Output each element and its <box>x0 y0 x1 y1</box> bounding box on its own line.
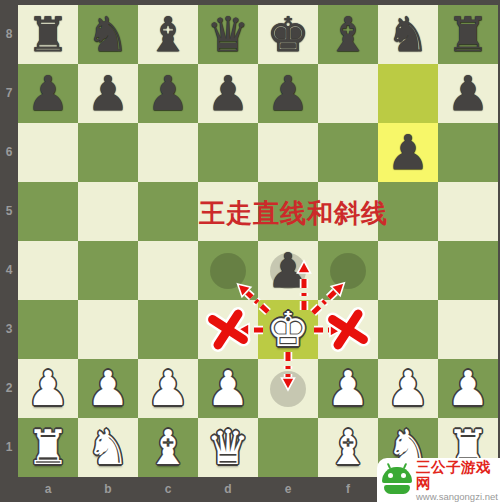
piece-white-pawn-b2[interactable]: ♟ <box>86 359 129 418</box>
file-label-c: c <box>138 477 198 502</box>
square-c5[interactable] <box>138 182 198 241</box>
square-b8[interactable]: ♞ <box>78 5 138 64</box>
square-e1[interactable] <box>258 418 318 477</box>
square-a6[interactable] <box>18 123 78 182</box>
watermark-android-logo-icon <box>381 464 413 496</box>
square-f7[interactable] <box>318 64 378 123</box>
chess-app-screen: ♜♞♝♛♚♝♞♜♟♟♟♟♟♟♟♟♚♟♟♟♟♟♟♟♜♞♝♛♝♞♜ 87654321… <box>0 0 500 502</box>
square-h3[interactable] <box>438 300 498 359</box>
square-d8[interactable]: ♛ <box>198 5 258 64</box>
square-a1[interactable]: ♜ <box>18 418 78 477</box>
square-f6[interactable] <box>318 123 378 182</box>
piece-black-knight-b8[interactable]: ♞ <box>86 5 129 64</box>
piece-black-pawn-b7[interactable]: ♟ <box>86 64 129 123</box>
square-c8[interactable]: ♝ <box>138 5 198 64</box>
file-label-d: d <box>198 477 258 502</box>
piece-black-king-e8[interactable]: ♚ <box>266 5 309 64</box>
square-a2[interactable]: ♟ <box>18 359 78 418</box>
square-h2[interactable]: ♟ <box>438 359 498 418</box>
piece-white-pawn-d2[interactable]: ♟ <box>206 359 249 418</box>
square-f1[interactable]: ♝ <box>318 418 378 477</box>
piece-white-queen-d1[interactable]: ♛ <box>206 418 249 477</box>
rank-label-1: 1 <box>0 418 18 477</box>
square-c2[interactable]: ♟ <box>138 359 198 418</box>
square-f2[interactable]: ♟ <box>318 359 378 418</box>
square-e6[interactable] <box>258 123 318 182</box>
square-e3[interactable]: ♚ <box>258 300 318 359</box>
rank-label-2: 2 <box>0 359 18 418</box>
square-g6[interactable]: ♟ <box>378 123 438 182</box>
piece-white-pawn-g2[interactable]: ♟ <box>386 359 429 418</box>
piece-black-rook-h8[interactable]: ♜ <box>446 5 489 64</box>
piece-white-knight-b1[interactable]: ♞ <box>86 418 129 477</box>
rank-label-3: 3 <box>0 300 18 359</box>
square-c3[interactable] <box>138 300 198 359</box>
piece-white-pawn-h2[interactable]: ♟ <box>446 359 489 418</box>
square-f5[interactable] <box>318 182 378 241</box>
watermark-site-name: 三公子游戏网 <box>416 459 500 491</box>
square-b5[interactable] <box>78 182 138 241</box>
piece-black-bishop-f8[interactable]: ♝ <box>326 5 369 64</box>
square-d1[interactable]: ♛ <box>198 418 258 477</box>
square-f4[interactable] <box>318 241 378 300</box>
square-a3[interactable] <box>18 300 78 359</box>
piece-white-pawn-c2[interactable]: ♟ <box>146 359 189 418</box>
piece-white-pawn-a2[interactable]: ♟ <box>26 359 69 418</box>
piece-black-bishop-c8[interactable]: ♝ <box>146 5 189 64</box>
square-c1[interactable]: ♝ <box>138 418 198 477</box>
piece-black-pawn-e4[interactable]: ♟ <box>266 241 309 300</box>
square-g3[interactable] <box>378 300 438 359</box>
piece-white-bishop-f1[interactable]: ♝ <box>326 418 369 477</box>
file-label-b: b <box>78 477 138 502</box>
square-d5[interactable] <box>198 182 258 241</box>
square-g2[interactable]: ♟ <box>378 359 438 418</box>
square-b1[interactable]: ♞ <box>78 418 138 477</box>
square-h5[interactable] <box>438 182 498 241</box>
square-b3[interactable] <box>78 300 138 359</box>
square-f8[interactable]: ♝ <box>318 5 378 64</box>
piece-white-king-e3[interactable]: ♚ <box>266 300 309 359</box>
square-d2[interactable]: ♟ <box>198 359 258 418</box>
piece-black-pawn-e7[interactable]: ♟ <box>266 64 309 123</box>
square-c7[interactable]: ♟ <box>138 64 198 123</box>
piece-black-queen-d8[interactable]: ♛ <box>206 5 249 64</box>
rank-label-6: 6 <box>0 123 18 182</box>
square-b4[interactable] <box>78 241 138 300</box>
square-a5[interactable] <box>18 182 78 241</box>
square-g7[interactable] <box>378 64 438 123</box>
square-b2[interactable]: ♟ <box>78 359 138 418</box>
square-a7[interactable]: ♟ <box>18 64 78 123</box>
legal-move-dot-e2[interactable] <box>270 371 306 407</box>
square-a4[interactable] <box>18 241 78 300</box>
file-label-a: a <box>18 477 78 502</box>
piece-black-pawn-h7[interactable]: ♟ <box>446 64 489 123</box>
square-e2[interactable] <box>258 359 318 418</box>
watermark-site-url: www.sangongzi.net <box>416 491 500 502</box>
square-c4[interactable] <box>138 241 198 300</box>
piece-black-pawn-g6[interactable]: ♟ <box>386 123 429 182</box>
piece-white-rook-a1[interactable]: ♜ <box>26 418 69 477</box>
file-label-f: f <box>318 477 378 502</box>
square-h8[interactable]: ♜ <box>438 5 498 64</box>
square-g8[interactable]: ♞ <box>378 5 438 64</box>
chess-board: ♜♞♝♛♚♝♞♜♟♟♟♟♟♟♟♟♚♟♟♟♟♟♟♟♜♞♝♛♝♞♜ <box>18 5 498 477</box>
piece-black-pawn-d7[interactable]: ♟ <box>206 64 249 123</box>
piece-white-bishop-c1[interactable]: ♝ <box>146 418 189 477</box>
square-e8[interactable]: ♚ <box>258 5 318 64</box>
file-label-e: e <box>258 477 318 502</box>
piece-black-rook-a8[interactable]: ♜ <box>26 5 69 64</box>
rank-label-8: 8 <box>0 5 18 64</box>
square-h7[interactable]: ♟ <box>438 64 498 123</box>
square-e4[interactable]: ♟ <box>258 241 318 300</box>
square-d7[interactable]: ♟ <box>198 64 258 123</box>
rank-label-4: 4 <box>0 241 18 300</box>
watermark-badge: 三公子游戏网 www.sangongzi.net <box>377 458 500 502</box>
square-g4[interactable] <box>378 241 438 300</box>
piece-white-pawn-f2[interactable]: ♟ <box>326 359 369 418</box>
square-d3[interactable] <box>198 300 258 359</box>
square-b6[interactable] <box>78 123 138 182</box>
square-f3[interactable] <box>318 300 378 359</box>
square-d6[interactable] <box>198 123 258 182</box>
square-g5[interactable] <box>378 182 438 241</box>
piece-black-pawn-a7[interactable]: ♟ <box>26 64 69 123</box>
piece-black-pawn-c7[interactable]: ♟ <box>146 64 189 123</box>
square-b7[interactable]: ♟ <box>78 64 138 123</box>
square-h6[interactable] <box>438 123 498 182</box>
square-a8[interactable]: ♜ <box>18 5 78 64</box>
rank-label-7: 7 <box>0 64 18 123</box>
square-h4[interactable] <box>438 241 498 300</box>
square-d4[interactable] <box>198 241 258 300</box>
piece-black-knight-g8[interactable]: ♞ <box>386 5 429 64</box>
legal-move-dot-d4[interactable] <box>210 253 246 289</box>
legal-move-dot-f4[interactable] <box>330 253 366 289</box>
square-e5[interactable] <box>258 182 318 241</box>
square-c6[interactable] <box>138 123 198 182</box>
square-e7[interactable]: ♟ <box>258 64 318 123</box>
rank-label-5: 5 <box>0 182 18 241</box>
